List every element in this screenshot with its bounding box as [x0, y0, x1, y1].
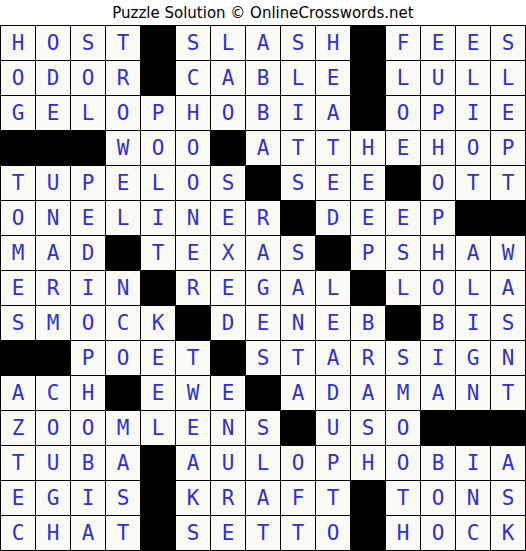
black-cell [106, 376, 140, 410]
letter-cell: A [71, 516, 105, 550]
letter-cell: O [421, 271, 455, 305]
letter-cell: S [246, 411, 280, 445]
letter-cell: A [246, 26, 280, 60]
letter-cell: H [71, 376, 105, 410]
letter-cell: T [1, 166, 35, 200]
letter-cell: E [351, 166, 385, 200]
letter-cell: T [281, 131, 315, 165]
letter-cell: L [456, 271, 490, 305]
letter-cell: I [71, 481, 105, 515]
letter-cell: E [176, 236, 210, 270]
letter-cell: L [491, 61, 525, 95]
letter-cell: H [386, 516, 420, 550]
letter-cell: O [36, 26, 70, 60]
letter-cell: N [211, 411, 245, 445]
letter-cell: S [351, 411, 385, 445]
black-cell [491, 411, 525, 445]
letter-cell: T [491, 376, 525, 410]
letter-cell: E [386, 201, 420, 235]
letter-cell: G [246, 271, 280, 305]
letter-cell: S [176, 26, 210, 60]
letter-cell: A [106, 446, 140, 480]
letter-cell: T [281, 516, 315, 550]
letter-cell: S [491, 481, 525, 515]
puzzle-solution-page: Puzzle Solution © OnlineCrosswords.net H… [0, 0, 526, 551]
letter-cell: M [106, 411, 140, 445]
black-cell [421, 411, 455, 445]
letter-cell: L [316, 271, 350, 305]
letter-cell: H [1, 26, 35, 60]
black-cell [141, 61, 175, 95]
letter-cell: L [456, 61, 490, 95]
letter-cell: P [421, 96, 455, 130]
letter-cell: A [246, 481, 280, 515]
letter-cell: O [421, 516, 455, 550]
letter-cell: T [106, 26, 140, 60]
letter-cell: K [141, 306, 175, 340]
letter-cell: E [316, 306, 350, 340]
letter-cell: W [176, 376, 210, 410]
letter-cell: N [106, 271, 140, 305]
letter-cell: I [281, 96, 315, 130]
black-cell [351, 61, 385, 95]
letter-cell: A [456, 236, 490, 270]
letter-cell: N [456, 481, 490, 515]
letter-cell: T [316, 481, 350, 515]
letter-cell: U [211, 446, 245, 480]
letter-cell: H [36, 516, 70, 550]
black-cell [386, 166, 420, 200]
letter-cell: E [211, 271, 245, 305]
letter-cell: D [71, 236, 105, 270]
black-cell [71, 131, 105, 165]
letter-cell: H [421, 131, 455, 165]
black-cell [141, 271, 175, 305]
letter-cell: H [351, 446, 385, 480]
black-cell [246, 376, 280, 410]
letter-cell: F [386, 26, 420, 60]
letter-cell: I [421, 341, 455, 375]
letter-cell: N [491, 341, 525, 375]
letter-cell: S [71, 26, 105, 60]
black-cell [281, 201, 315, 235]
black-cell [316, 236, 350, 270]
letter-cell: P [491, 131, 525, 165]
letter-cell: E [211, 376, 245, 410]
letter-cell: P [141, 96, 175, 130]
letter-cell: L [211, 26, 245, 60]
letter-cell: G [1, 96, 35, 130]
letter-cell: O [386, 411, 420, 445]
letter-cell: L [386, 61, 420, 95]
letter-cell: E [1, 271, 35, 305]
letter-cell: B [421, 306, 455, 340]
letter-cell: L [71, 96, 105, 130]
black-cell [141, 446, 175, 480]
letter-cell: S [491, 26, 525, 60]
letter-cell: H [351, 131, 385, 165]
letter-cell: O [71, 306, 105, 340]
letter-cell: N [36, 201, 70, 235]
letter-cell: R [246, 201, 280, 235]
letter-cell: B [71, 446, 105, 480]
letter-cell: T [456, 166, 490, 200]
letter-cell: P [351, 236, 385, 270]
letter-cell: U [36, 446, 70, 480]
letter-cell: T [176, 341, 210, 375]
letter-cell: E [491, 96, 525, 130]
letter-cell: S [491, 306, 525, 340]
letter-cell: O [71, 61, 105, 95]
letter-cell: E [176, 411, 210, 445]
letter-cell: S [1, 306, 35, 340]
black-cell [36, 131, 70, 165]
letter-cell: H [176, 96, 210, 130]
letter-cell: D [36, 61, 70, 95]
black-cell [211, 341, 245, 375]
letter-cell: B [421, 446, 455, 480]
black-cell [281, 411, 315, 445]
black-cell [351, 516, 385, 550]
letter-cell: T [491, 166, 525, 200]
letter-cell: B [246, 96, 280, 130]
letter-cell: E [141, 376, 175, 410]
letter-cell: D [316, 201, 350, 235]
letter-cell: C [106, 306, 140, 340]
letter-cell: L [106, 201, 140, 235]
letter-cell: E [211, 201, 245, 235]
black-cell [141, 481, 175, 515]
crossword-grid: HOSTSLASHFEESODORCABLELULLGELOPHOBIAOPIE… [0, 25, 526, 551]
letter-cell: T [1, 446, 35, 480]
letter-cell: L [386, 271, 420, 305]
letter-cell: A [421, 376, 455, 410]
black-cell [211, 131, 245, 165]
letter-cell: E [211, 516, 245, 550]
letter-cell: E [106, 166, 140, 200]
letter-cell: I [456, 446, 490, 480]
letter-cell: A [176, 446, 210, 480]
letter-cell: W [491, 236, 525, 270]
letter-cell: O [421, 481, 455, 515]
black-cell [491, 201, 525, 235]
letter-cell: A [491, 446, 525, 480]
letter-cell: S [386, 236, 420, 270]
letter-cell: I [456, 96, 490, 130]
letter-cell: L [281, 61, 315, 95]
letter-cell: X [211, 236, 245, 270]
letter-cell: N [281, 306, 315, 340]
letter-cell: H [316, 26, 350, 60]
letter-cell: C [176, 61, 210, 95]
letter-cell: R [176, 271, 210, 305]
black-cell [351, 26, 385, 60]
letter-cell: F [281, 481, 315, 515]
letter-cell: A [491, 271, 525, 305]
letter-cell: S [281, 166, 315, 200]
letter-cell: O [211, 96, 245, 130]
black-cell [351, 96, 385, 130]
letter-cell: L [246, 446, 280, 480]
letter-cell: A [316, 341, 350, 375]
letter-cell: R [36, 271, 70, 305]
letter-cell: O [1, 61, 35, 95]
letter-cell: L [141, 166, 175, 200]
black-cell [141, 26, 175, 60]
page-title: Puzzle Solution © OnlineCrosswords.net [0, 0, 526, 25]
letter-cell: O [281, 446, 315, 480]
black-cell [386, 306, 420, 340]
letter-cell: B [351, 306, 385, 340]
letter-cell: P [316, 446, 350, 480]
black-cell [456, 201, 490, 235]
letter-cell: T [106, 516, 140, 550]
letter-cell: E [316, 166, 350, 200]
letter-cell: G [36, 481, 70, 515]
letter-cell: S [281, 236, 315, 270]
letter-cell: S [106, 481, 140, 515]
letter-cell: K [491, 516, 525, 550]
letter-cell: W [106, 131, 140, 165]
letter-cell: T [141, 236, 175, 270]
letter-cell: S [386, 341, 420, 375]
letter-cell: E [36, 96, 70, 130]
letter-cell: O [106, 96, 140, 130]
letter-cell: M [1, 236, 35, 270]
letter-cell: O [386, 96, 420, 130]
letter-cell: P [71, 341, 105, 375]
letter-cell: P [421, 201, 455, 235]
letter-cell: C [456, 516, 490, 550]
letter-cell: D [211, 306, 245, 340]
letter-cell: A [246, 131, 280, 165]
letter-cell: C [36, 376, 70, 410]
letter-cell: E [456, 26, 490, 60]
letter-cell: T [281, 341, 315, 375]
letter-cell: K [176, 481, 210, 515]
letter-cell: P [71, 166, 105, 200]
letter-cell: N [176, 201, 210, 235]
letter-cell: I [71, 271, 105, 305]
letter-cell: T [386, 481, 420, 515]
letter-cell: S [176, 516, 210, 550]
letter-cell: D [316, 376, 350, 410]
letter-cell: E [316, 61, 350, 95]
letter-cell: I [456, 306, 490, 340]
letter-cell: O [176, 166, 210, 200]
black-cell [246, 166, 280, 200]
letter-cell: O [456, 131, 490, 165]
black-cell [1, 341, 35, 375]
black-cell [141, 516, 175, 550]
letter-cell: N [456, 376, 490, 410]
letter-cell: E [1, 481, 35, 515]
letter-cell: A [211, 61, 245, 95]
letter-cell: O [36, 411, 70, 445]
letter-cell: E [246, 306, 280, 340]
letter-cell: Z [1, 411, 35, 445]
letter-cell: B [246, 61, 280, 95]
letter-cell: M [386, 376, 420, 410]
letter-cell: E [386, 131, 420, 165]
letter-cell: U [316, 411, 350, 445]
letter-cell: G [456, 341, 490, 375]
letter-cell: R [351, 341, 385, 375]
letter-cell: O [421, 166, 455, 200]
black-cell [176, 306, 210, 340]
black-cell [351, 481, 385, 515]
letter-cell: H [421, 236, 455, 270]
letter-cell: O [316, 516, 350, 550]
letter-cell: I [141, 201, 175, 235]
letter-cell: A [281, 271, 315, 305]
letter-cell: A [316, 96, 350, 130]
letter-cell: A [281, 376, 315, 410]
black-cell [36, 341, 70, 375]
black-cell [456, 411, 490, 445]
letter-cell: T [316, 131, 350, 165]
letter-cell: A [246, 236, 280, 270]
letter-cell: S [211, 166, 245, 200]
letter-cell: R [211, 481, 245, 515]
letter-cell: E [421, 26, 455, 60]
letter-cell: A [36, 236, 70, 270]
letter-cell: U [36, 166, 70, 200]
letter-cell: R [106, 61, 140, 95]
letter-cell: O [106, 341, 140, 375]
letter-cell: O [176, 131, 210, 165]
letter-cell: A [351, 376, 385, 410]
letter-cell: E [71, 201, 105, 235]
letter-cell: O [141, 131, 175, 165]
black-cell [351, 271, 385, 305]
letter-cell: E [351, 201, 385, 235]
letter-cell: L [141, 411, 175, 445]
letter-cell: S [246, 341, 280, 375]
letter-cell: S [281, 26, 315, 60]
letter-cell: C [1, 516, 35, 550]
letter-cell: M [36, 306, 70, 340]
letter-cell: U [421, 61, 455, 95]
letter-cell: A [1, 376, 35, 410]
black-cell [1, 131, 35, 165]
letter-cell: O [386, 446, 420, 480]
letter-cell: O [71, 411, 105, 445]
letter-cell: E [141, 341, 175, 375]
black-cell [106, 236, 140, 270]
letter-cell: O [1, 201, 35, 235]
letter-cell: T [246, 516, 280, 550]
